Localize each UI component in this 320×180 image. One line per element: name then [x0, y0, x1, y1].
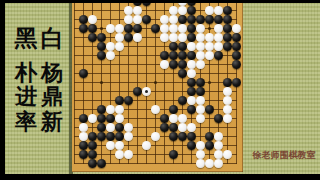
white-stone — [196, 159, 205, 168]
black-stone — [160, 114, 169, 123]
white-stone — [214, 33, 223, 42]
white-stone — [178, 6, 187, 15]
black-stone — [124, 33, 133, 42]
white-stone — [151, 105, 160, 114]
black-stone — [223, 24, 232, 33]
white-stone — [124, 150, 133, 159]
white-stone — [124, 6, 133, 15]
black-stone — [97, 159, 106, 168]
white-stone — [169, 33, 178, 42]
black-stone — [187, 141, 196, 150]
white-stone — [196, 96, 205, 105]
white-stone — [214, 24, 223, 33]
white-stone — [214, 42, 223, 51]
white-stone — [196, 150, 205, 159]
white-stone — [115, 42, 124, 51]
white-stone — [106, 24, 115, 33]
black-stone — [187, 51, 196, 60]
black-stone — [79, 114, 88, 123]
black-stone — [187, 33, 196, 42]
white-stone — [178, 24, 187, 33]
black-stone — [178, 42, 187, 51]
white-stone — [196, 105, 205, 114]
star-point — [208, 81, 211, 84]
white-stone — [160, 60, 169, 69]
black-stone — [178, 96, 187, 105]
black-stone — [223, 42, 232, 51]
black-stone — [79, 141, 88, 150]
black-stone — [196, 78, 205, 87]
white-stone — [196, 60, 205, 69]
black-stone — [178, 60, 187, 69]
black-stone — [223, 6, 232, 15]
black-stone — [115, 96, 124, 105]
white-stone — [223, 96, 232, 105]
black-stone — [97, 132, 106, 141]
white-stone — [178, 123, 187, 132]
black-stone — [88, 141, 97, 150]
white-stone — [223, 150, 232, 159]
black-stone — [97, 51, 106, 60]
white-stone — [223, 87, 232, 96]
white-stone — [196, 141, 205, 150]
white-stone — [187, 69, 196, 78]
white-stone — [232, 24, 241, 33]
star-point — [100, 27, 103, 30]
black-stone — [232, 33, 241, 42]
white-stone — [205, 6, 214, 15]
black-stone — [223, 15, 232, 24]
white-stone — [196, 42, 205, 51]
black-stone — [97, 33, 106, 42]
go-board — [72, 3, 243, 172]
white-stone — [187, 123, 196, 132]
video-frame: 黑 朴进率 白 杨鼎新 徐老师围棋教室 — [0, 0, 320, 180]
white-stone — [196, 33, 205, 42]
white-stone — [196, 51, 205, 60]
white-stone — [187, 42, 196, 51]
black-stone — [178, 132, 187, 141]
white-stone — [214, 6, 223, 15]
black-stone — [169, 60, 178, 69]
black-stone — [97, 123, 106, 132]
black-stone — [214, 51, 223, 60]
black-stone — [79, 15, 88, 24]
last-move-marker — [145, 90, 148, 93]
black-stone — [223, 78, 232, 87]
white-stone — [223, 105, 232, 114]
grid-line-h — [74, 73, 237, 74]
black-stone — [97, 114, 106, 123]
black-stone — [187, 87, 196, 96]
black-stone — [214, 114, 223, 123]
black-stone — [205, 132, 214, 141]
black-stone — [205, 15, 214, 24]
white-stone — [106, 141, 115, 150]
black-stone — [232, 51, 241, 60]
black-stone — [169, 123, 178, 132]
white-stone — [205, 159, 214, 168]
white-stone — [106, 105, 115, 114]
star-point — [208, 27, 211, 30]
white-stone — [115, 105, 124, 114]
white-stone — [205, 51, 214, 60]
white-stone — [160, 33, 169, 42]
black-stone — [106, 132, 115, 141]
white-player-name: 杨鼎新 — [39, 61, 65, 135]
white-stone — [187, 60, 196, 69]
grid-line-h — [74, 64, 237, 65]
black-stone — [115, 132, 124, 141]
black-stone — [169, 132, 178, 141]
black-stone — [88, 159, 97, 168]
black-stone — [97, 42, 106, 51]
white-stone — [169, 15, 178, 24]
white-stone — [151, 132, 160, 141]
black-stone — [133, 24, 142, 33]
black-stone — [88, 150, 97, 159]
white-stone — [169, 114, 178, 123]
black-stone — [160, 123, 169, 132]
black-stone — [88, 132, 97, 141]
grid-line-h — [74, 154, 237, 155]
black-stone — [151, 24, 160, 33]
white-stone — [223, 114, 232, 123]
white-stone — [88, 15, 97, 24]
black-stone — [232, 60, 241, 69]
black-stone — [124, 24, 133, 33]
white-stone — [79, 132, 88, 141]
black-stone — [169, 150, 178, 159]
black-stone — [214, 15, 223, 24]
white-stone — [178, 33, 187, 42]
black-stone — [160, 51, 169, 60]
black-stone — [196, 87, 205, 96]
white-stone — [205, 33, 214, 42]
black-stone — [187, 24, 196, 33]
black-stone — [88, 24, 97, 33]
white-stone — [169, 6, 178, 15]
grid-line-h — [74, 100, 237, 101]
black-player-name: 朴进率 — [13, 61, 39, 135]
white-stone — [196, 114, 205, 123]
black-label: 黑 — [13, 26, 39, 52]
black-stone — [169, 51, 178, 60]
black-stone — [205, 105, 214, 114]
white-stone — [106, 42, 115, 51]
black-stone — [79, 150, 88, 159]
letterbox-left — [0, 0, 5, 180]
black-player-column: 黑 朴进率 — [13, 26, 39, 135]
white-stone — [205, 42, 214, 51]
black-stone — [178, 15, 187, 24]
white-stone — [214, 141, 223, 150]
black-stone — [187, 105, 196, 114]
white-stone — [214, 159, 223, 168]
white-stone — [160, 24, 169, 33]
white-stone — [133, 6, 142, 15]
white-stone — [187, 96, 196, 105]
white-label: 白 — [39, 26, 65, 52]
grid-line-h — [74, 91, 237, 92]
white-stone — [124, 15, 133, 24]
black-stone — [79, 69, 88, 78]
star-point — [154, 81, 157, 84]
white-stone — [115, 33, 124, 42]
black-stone — [169, 42, 178, 51]
black-stone — [169, 105, 178, 114]
black-stone — [187, 132, 196, 141]
white-stone — [106, 123, 115, 132]
black-stone — [115, 123, 124, 132]
white-stone — [133, 15, 142, 24]
black-stone — [178, 69, 187, 78]
black-stone — [106, 114, 115, 123]
black-stone — [97, 105, 106, 114]
white-stone — [88, 114, 97, 123]
watermark-text: 徐老师围棋教室 — [250, 149, 318, 162]
black-stone — [142, 15, 151, 24]
white-stone — [115, 150, 124, 159]
black-stone — [196, 15, 205, 24]
white-player-column: 白 杨鼎新 — [39, 26, 65, 135]
black-stone — [232, 78, 241, 87]
white-stone — [169, 24, 178, 33]
black-stone — [124, 96, 133, 105]
white-stone — [196, 24, 205, 33]
black-stone — [187, 6, 196, 15]
white-stone — [142, 141, 151, 150]
black-stone — [88, 33, 97, 42]
white-stone — [79, 123, 88, 132]
white-stone — [124, 132, 133, 141]
white-stone — [178, 114, 187, 123]
black-stone — [223, 33, 232, 42]
white-stone — [124, 123, 133, 132]
letterbox-bottom — [0, 174, 320, 180]
black-stone — [187, 15, 196, 24]
black-stone — [133, 87, 142, 96]
white-stone — [214, 132, 223, 141]
star-point — [100, 81, 103, 84]
black-stone — [205, 141, 214, 150]
white-stone — [214, 150, 223, 159]
black-stone — [187, 78, 196, 87]
letterbox-top — [0, 0, 320, 3]
white-stone — [115, 24, 124, 33]
black-stone — [178, 51, 187, 60]
white-stone — [115, 114, 124, 123]
black-stone — [232, 42, 241, 51]
white-stone — [115, 141, 124, 150]
white-stone — [106, 51, 115, 60]
white-stone — [160, 15, 169, 24]
white-stone — [133, 33, 142, 42]
black-stone — [79, 24, 88, 33]
